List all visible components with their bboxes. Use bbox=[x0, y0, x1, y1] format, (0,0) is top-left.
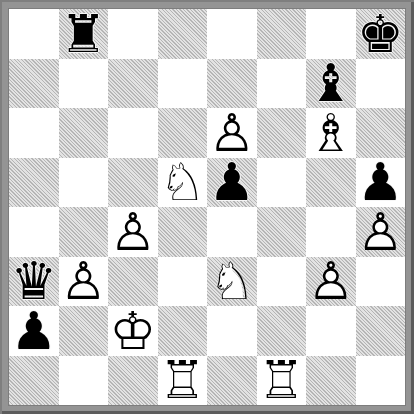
square-f7[interactable] bbox=[257, 59, 307, 109]
square-b7[interactable] bbox=[59, 59, 109, 109]
square-c6[interactable] bbox=[108, 108, 158, 158]
white-rook-f1: ♜♖ bbox=[257, 356, 307, 406]
square-f4[interactable] bbox=[257, 207, 307, 257]
square-g5[interactable] bbox=[306, 158, 356, 208]
square-h5[interactable]: ♟ bbox=[356, 158, 406, 208]
square-e3[interactable]: ♞♘ bbox=[207, 257, 257, 307]
square-d1[interactable]: ♜♖ bbox=[158, 356, 208, 406]
square-h7[interactable] bbox=[356, 59, 406, 109]
square-h2[interactable] bbox=[356, 306, 406, 356]
square-a1[interactable] bbox=[9, 356, 59, 406]
square-b4[interactable] bbox=[59, 207, 109, 257]
square-d6[interactable] bbox=[158, 108, 208, 158]
square-b6[interactable] bbox=[59, 108, 109, 158]
white-bishop-g6: ♝♗ bbox=[306, 108, 356, 158]
square-b1[interactable] bbox=[59, 356, 109, 406]
square-c5[interactable] bbox=[108, 158, 158, 208]
square-e4[interactable] bbox=[207, 207, 257, 257]
square-d7[interactable] bbox=[158, 59, 208, 109]
square-f8[interactable] bbox=[257, 9, 307, 59]
square-a4[interactable] bbox=[9, 207, 59, 257]
square-a2[interactable]: ♟ bbox=[9, 306, 59, 356]
square-h3[interactable] bbox=[356, 257, 406, 307]
white-knight-e3: ♞♘ bbox=[207, 257, 257, 307]
square-g4[interactable] bbox=[306, 207, 356, 257]
white-pawn-b3: ♟♙ bbox=[59, 257, 109, 307]
square-d5[interactable]: ♞♘ bbox=[158, 158, 208, 208]
black-bishop-g7: ♝ bbox=[306, 59, 356, 109]
square-a6[interactable] bbox=[9, 108, 59, 158]
square-b5[interactable] bbox=[59, 158, 109, 208]
square-f5[interactable] bbox=[257, 158, 307, 208]
black-king-h8: ♚ bbox=[356, 9, 406, 59]
square-e1[interactable] bbox=[207, 356, 257, 406]
square-d8[interactable] bbox=[158, 9, 208, 59]
black-queen-a3: ♛ bbox=[9, 257, 59, 307]
square-f2[interactable] bbox=[257, 306, 307, 356]
square-c7[interactable] bbox=[108, 59, 158, 109]
square-c1[interactable] bbox=[108, 356, 158, 406]
square-f1[interactable]: ♜♖ bbox=[257, 356, 307, 406]
square-c2[interactable]: ♚♔ bbox=[108, 306, 158, 356]
square-e5[interactable]: ♟ bbox=[207, 158, 257, 208]
square-c4[interactable]: ♟♙ bbox=[108, 207, 158, 257]
square-g8[interactable] bbox=[306, 9, 356, 59]
white-pawn-c4: ♟♙ bbox=[108, 207, 158, 257]
white-knight-d5: ♞♘ bbox=[158, 158, 208, 208]
square-a8[interactable] bbox=[9, 9, 59, 59]
black-pawn-e5: ♟ bbox=[207, 158, 257, 208]
square-a3[interactable]: ♛ bbox=[9, 257, 59, 307]
square-f6[interactable] bbox=[257, 108, 307, 158]
square-h1[interactable] bbox=[356, 356, 406, 406]
square-g6[interactable]: ♝♗ bbox=[306, 108, 356, 158]
square-g1[interactable] bbox=[306, 356, 356, 406]
square-h4[interactable]: ♟♙ bbox=[356, 207, 406, 257]
chess-board-frame: ♜♚♝♟♙♝♗♞♘♟♟♟♙♟♙♛♟♙♞♘♟♙♟♚♔♜♖♜♖ bbox=[0, 0, 414, 414]
square-d4[interactable] bbox=[158, 207, 208, 257]
square-g3[interactable]: ♟♙ bbox=[306, 257, 356, 307]
square-b2[interactable] bbox=[59, 306, 109, 356]
black-rook-b8: ♜ bbox=[59, 9, 109, 59]
square-e8[interactable] bbox=[207, 9, 257, 59]
white-king-c2: ♚♔ bbox=[108, 306, 158, 356]
square-b3[interactable]: ♟♙ bbox=[59, 257, 109, 307]
square-d3[interactable] bbox=[158, 257, 208, 307]
white-pawn-e6: ♟♙ bbox=[207, 108, 257, 158]
square-a5[interactable] bbox=[9, 158, 59, 208]
square-h8[interactable]: ♚ bbox=[356, 9, 406, 59]
white-rook-d1: ♜♖ bbox=[158, 356, 208, 406]
square-e6[interactable]: ♟♙ bbox=[207, 108, 257, 158]
square-h6[interactable] bbox=[356, 108, 406, 158]
white-pawn-h4: ♟♙ bbox=[356, 207, 406, 257]
square-c3[interactable] bbox=[108, 257, 158, 307]
square-g7[interactable]: ♝ bbox=[306, 59, 356, 109]
white-pawn-g3: ♟♙ bbox=[306, 257, 356, 307]
chess-board: ♜♚♝♟♙♝♗♞♘♟♟♟♙♟♙♛♟♙♞♘♟♙♟♚♔♜♖♜♖ bbox=[9, 9, 405, 405]
black-pawn-a2: ♟ bbox=[9, 306, 59, 356]
square-e2[interactable] bbox=[207, 306, 257, 356]
black-pawn-h5: ♟ bbox=[356, 158, 406, 208]
square-f3[interactable] bbox=[257, 257, 307, 307]
square-e7[interactable] bbox=[207, 59, 257, 109]
square-g2[interactable] bbox=[306, 306, 356, 356]
square-a7[interactable] bbox=[9, 59, 59, 109]
square-c8[interactable] bbox=[108, 9, 158, 59]
square-b8[interactable]: ♜ bbox=[59, 9, 109, 59]
square-d2[interactable] bbox=[158, 306, 208, 356]
